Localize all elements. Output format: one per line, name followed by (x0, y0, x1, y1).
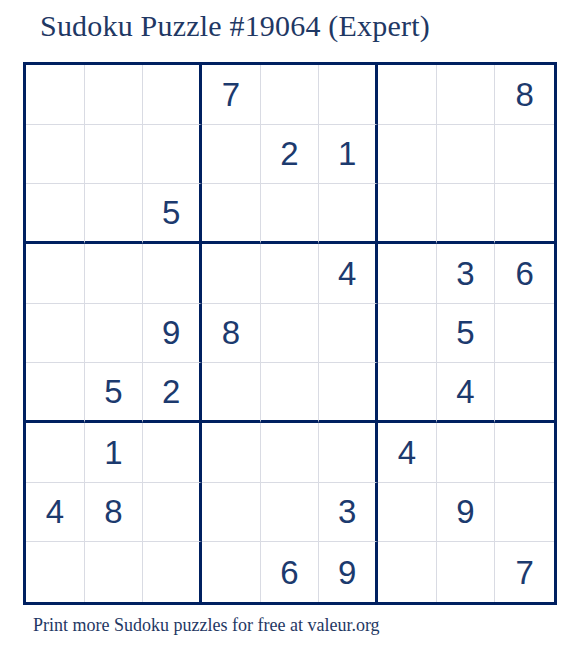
sudoku-cell (378, 363, 437, 423)
sudoku-cell (261, 244, 320, 304)
sudoku-board: 78215436985524144839697 (23, 62, 557, 605)
sudoku-cell (85, 304, 144, 364)
sudoku-cell: 7 (495, 542, 554, 602)
sudoku-cell (143, 65, 202, 125)
sudoku-cell (202, 542, 261, 602)
sudoku-cell (495, 423, 554, 483)
sudoku-cell (261, 423, 320, 483)
sudoku-cell (261, 483, 320, 543)
sudoku-cell: 8 (202, 304, 261, 364)
sudoku-cell: 1 (319, 125, 378, 185)
sudoku-cell (378, 125, 437, 185)
sudoku-cell (495, 125, 554, 185)
sudoku-cell (26, 244, 85, 304)
sudoku-cell (319, 423, 378, 483)
sudoku-cell (202, 244, 261, 304)
sudoku-cell (26, 65, 85, 125)
sudoku-cell (85, 244, 144, 304)
sudoku-cell (319, 184, 378, 244)
sudoku-cell (378, 244, 437, 304)
sudoku-cell (319, 65, 378, 125)
sudoku-cell: 1 (85, 423, 144, 483)
sudoku-cell (202, 363, 261, 423)
sudoku-cell (319, 304, 378, 364)
sudoku-cell: 8 (495, 65, 554, 125)
sudoku-cell (143, 423, 202, 483)
page-title: Sudoku Puzzle #19064 (Expert) (40, 9, 430, 43)
sudoku-cell (26, 184, 85, 244)
sudoku-cell (437, 65, 496, 125)
sudoku-cell (85, 184, 144, 244)
sudoku-cell (202, 125, 261, 185)
sudoku-cell (495, 363, 554, 423)
sudoku-cell (143, 244, 202, 304)
sudoku-cell (26, 423, 85, 483)
sudoku-cell: 6 (261, 542, 320, 602)
sudoku-cell: 5 (85, 363, 144, 423)
sudoku-cell (495, 304, 554, 364)
sudoku-cell (143, 542, 202, 602)
sudoku-cell (143, 125, 202, 185)
sudoku-cell: 4 (378, 423, 437, 483)
sudoku-cell: 4 (437, 363, 496, 423)
sudoku-cell: 2 (143, 363, 202, 423)
sudoku-cell (85, 125, 144, 185)
sudoku-cell (143, 483, 202, 543)
sudoku-cell (202, 423, 261, 483)
sudoku-cell: 3 (437, 244, 496, 304)
sudoku-cell (26, 125, 85, 185)
sudoku-cell (85, 542, 144, 602)
sudoku-cell (261, 363, 320, 423)
sudoku-cell (26, 542, 85, 602)
sudoku-cell (378, 65, 437, 125)
sudoku-cell (495, 483, 554, 543)
sudoku-cell (437, 125, 496, 185)
sudoku-cell: 9 (143, 304, 202, 364)
footer-text: Print more Sudoku puzzles for free at va… (33, 615, 380, 636)
sudoku-cell: 4 (26, 483, 85, 543)
sudoku-cell (495, 184, 554, 244)
sudoku-cell (437, 423, 496, 483)
sudoku-cell: 5 (143, 184, 202, 244)
sudoku-cell: 3 (319, 483, 378, 543)
sudoku-cell (378, 542, 437, 602)
sudoku-cell: 4 (319, 244, 378, 304)
sudoku-cell: 8 (85, 483, 144, 543)
sudoku-cell: 9 (437, 483, 496, 543)
sudoku-cell (261, 65, 320, 125)
sudoku-cell (378, 184, 437, 244)
sudoku-cell: 6 (495, 244, 554, 304)
sudoku-cell: 7 (202, 65, 261, 125)
sudoku-cell (378, 304, 437, 364)
sudoku-cell (26, 304, 85, 364)
sudoku-cell: 5 (437, 304, 496, 364)
sudoku-cell (202, 184, 261, 244)
sudoku-cell (319, 363, 378, 423)
sudoku-cell (85, 65, 144, 125)
sudoku-cell (261, 304, 320, 364)
sudoku-cell: 2 (261, 125, 320, 185)
sudoku-cell (261, 184, 320, 244)
sudoku-cell: 9 (319, 542, 378, 602)
sudoku-cell (26, 363, 85, 423)
sudoku-cell (437, 184, 496, 244)
sudoku-cell (202, 483, 261, 543)
sudoku-cell (378, 483, 437, 543)
sudoku-cell (437, 542, 496, 602)
